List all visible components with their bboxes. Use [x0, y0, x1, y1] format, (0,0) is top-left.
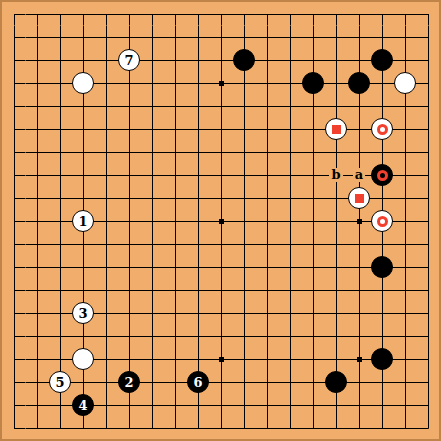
intersection-17-14[interactable]	[394, 325, 417, 348]
intersection-4-11[interactable]	[95, 256, 118, 279]
intersection-18-13[interactable]	[417, 302, 440, 325]
intersection-5-11[interactable]	[118, 256, 141, 279]
intersection-14-9[interactable]	[325, 210, 348, 233]
intersection-1-12[interactable]	[26, 279, 49, 302]
intersection-5-6[interactable]	[118, 141, 141, 164]
intersection-5-16[interactable]: 2	[118, 371, 141, 394]
intersection-2-8[interactable]	[49, 187, 72, 210]
intersection-18-17[interactable]	[417, 394, 440, 417]
intersection-10-14[interactable]	[233, 325, 256, 348]
intersection-12-6[interactable]	[279, 141, 302, 164]
intersection-14-10[interactable]	[325, 233, 348, 256]
intersection-11-4[interactable]	[256, 95, 279, 118]
intersection-14-8[interactable]	[325, 187, 348, 210]
intersection-1-7[interactable]	[26, 164, 49, 187]
intersection-15-5[interactable]	[348, 118, 371, 141]
intersection-10-9[interactable]	[233, 210, 256, 233]
intersection-0-17[interactable]	[3, 394, 26, 417]
intersection-3-16[interactable]	[72, 371, 95, 394]
intersection-15-6[interactable]	[348, 141, 371, 164]
intersection-16-6[interactable]	[371, 141, 394, 164]
intersection-1-11[interactable]	[26, 256, 49, 279]
intersection-10-7[interactable]	[233, 164, 256, 187]
intersection-15-8[interactable]	[348, 187, 371, 210]
intersection-8-3[interactable]	[187, 72, 210, 95]
intersection-7-3[interactable]	[164, 72, 187, 95]
intersection-13-3[interactable]	[302, 72, 325, 95]
intersection-0-4[interactable]	[3, 95, 26, 118]
intersection-2-2[interactable]	[49, 49, 72, 72]
intersection-14-6[interactable]	[325, 141, 348, 164]
intersection-18-12[interactable]	[417, 279, 440, 302]
intersection-4-5[interactable]	[95, 118, 118, 141]
intersection-15-16[interactable]	[348, 371, 371, 394]
intersection-7-14[interactable]	[164, 325, 187, 348]
intersection-12-14[interactable]	[279, 325, 302, 348]
intersection-7-15[interactable]	[164, 348, 187, 371]
intersection-11-18[interactable]	[256, 417, 279, 440]
intersection-10-12[interactable]	[233, 279, 256, 302]
intersection-13-4[interactable]	[302, 95, 325, 118]
intersection-14-1[interactable]	[325, 26, 348, 49]
intersection-7-16[interactable]	[164, 371, 187, 394]
intersection-16-9[interactable]	[371, 210, 394, 233]
intersection-7-18[interactable]	[164, 417, 187, 440]
intersection-15-9[interactable]	[348, 210, 371, 233]
intersection-2-3[interactable]	[49, 72, 72, 95]
intersection-18-8[interactable]	[417, 187, 440, 210]
intersection-7-0[interactable]	[164, 3, 187, 26]
intersection-7-1[interactable]	[164, 26, 187, 49]
intersection-13-1[interactable]	[302, 26, 325, 49]
intersection-3-5[interactable]	[72, 118, 95, 141]
intersection-11-11[interactable]	[256, 256, 279, 279]
intersection-18-16[interactable]	[417, 371, 440, 394]
intersection-13-7[interactable]	[302, 164, 325, 187]
intersection-8-14[interactable]	[187, 325, 210, 348]
intersection-17-15[interactable]	[394, 348, 417, 371]
intersection-5-3[interactable]	[118, 72, 141, 95]
intersection-1-6[interactable]	[26, 141, 49, 164]
intersection-8-12[interactable]	[187, 279, 210, 302]
intersection-0-15[interactable]	[3, 348, 26, 371]
intersection-2-10[interactable]	[49, 233, 72, 256]
intersection-14-2[interactable]	[325, 49, 348, 72]
intersection-15-10[interactable]	[348, 233, 371, 256]
intersection-16-16[interactable]	[371, 371, 394, 394]
intersection-6-5[interactable]	[141, 118, 164, 141]
intersection-14-5[interactable]	[325, 118, 348, 141]
intersection-15-4[interactable]	[348, 95, 371, 118]
intersection-1-17[interactable]	[26, 394, 49, 417]
intersection-16-0[interactable]	[371, 3, 394, 26]
intersection-5-13[interactable]	[118, 302, 141, 325]
intersection-0-18[interactable]	[3, 417, 26, 440]
intersection-14-0[interactable]	[325, 3, 348, 26]
intersection-9-1[interactable]	[210, 26, 233, 49]
intersection-16-1[interactable]	[371, 26, 394, 49]
intersection-5-14[interactable]	[118, 325, 141, 348]
intersection-8-0[interactable]	[187, 3, 210, 26]
intersection-6-9[interactable]	[141, 210, 164, 233]
intersection-14-3[interactable]	[325, 72, 348, 95]
intersection-1-5[interactable]	[26, 118, 49, 141]
intersection-9-5[interactable]	[210, 118, 233, 141]
intersection-11-5[interactable]	[256, 118, 279, 141]
intersection-5-15[interactable]	[118, 348, 141, 371]
intersection-6-2[interactable]	[141, 49, 164, 72]
intersection-17-8[interactable]	[394, 187, 417, 210]
intersection-18-2[interactable]	[417, 49, 440, 72]
intersection-10-2[interactable]	[233, 49, 256, 72]
intersection-17-10[interactable]	[394, 233, 417, 256]
intersection-4-8[interactable]	[95, 187, 118, 210]
intersection-16-14[interactable]	[371, 325, 394, 348]
intersection-3-7[interactable]	[72, 164, 95, 187]
intersection-11-1[interactable]	[256, 26, 279, 49]
intersection-1-16[interactable]	[26, 371, 49, 394]
intersection-13-14[interactable]	[302, 325, 325, 348]
intersection-2-7[interactable]	[49, 164, 72, 187]
intersection-14-13[interactable]	[325, 302, 348, 325]
intersection-5-9[interactable]	[118, 210, 141, 233]
intersection-10-15[interactable]	[233, 348, 256, 371]
intersection-16-10[interactable]	[371, 233, 394, 256]
intersection-1-18[interactable]	[26, 417, 49, 440]
intersection-9-16[interactable]	[210, 371, 233, 394]
intersection-8-5[interactable]	[187, 118, 210, 141]
intersection-3-13[interactable]: 3	[72, 302, 95, 325]
intersection-3-12[interactable]	[72, 279, 95, 302]
intersection-2-13[interactable]	[49, 302, 72, 325]
intersection-4-10[interactable]	[95, 233, 118, 256]
intersection-2-1[interactable]	[49, 26, 72, 49]
intersection-3-4[interactable]	[72, 95, 95, 118]
intersection-16-2[interactable]	[371, 49, 394, 72]
intersection-4-14[interactable]	[95, 325, 118, 348]
intersection-3-15[interactable]	[72, 348, 95, 371]
intersection-10-10[interactable]	[233, 233, 256, 256]
intersection-8-13[interactable]	[187, 302, 210, 325]
intersection-8-11[interactable]	[187, 256, 210, 279]
intersection-6-17[interactable]	[141, 394, 164, 417]
intersection-8-7[interactable]	[187, 164, 210, 187]
intersection-3-11[interactable]	[72, 256, 95, 279]
intersection-6-16[interactable]	[141, 371, 164, 394]
intersection-7-13[interactable]	[164, 302, 187, 325]
intersection-15-11[interactable]	[348, 256, 371, 279]
intersection-12-5[interactable]	[279, 118, 302, 141]
intersection-17-1[interactable]	[394, 26, 417, 49]
intersection-6-6[interactable]	[141, 141, 164, 164]
intersection-10-0[interactable]	[233, 3, 256, 26]
intersection-2-14[interactable]	[49, 325, 72, 348]
intersection-13-10[interactable]	[302, 233, 325, 256]
intersection-12-17[interactable]	[279, 394, 302, 417]
intersection-11-9[interactable]	[256, 210, 279, 233]
intersection-3-8[interactable]	[72, 187, 95, 210]
intersection-14-11[interactable]	[325, 256, 348, 279]
intersection-10-16[interactable]	[233, 371, 256, 394]
intersection-7-7[interactable]	[164, 164, 187, 187]
intersection-3-2[interactable]	[72, 49, 95, 72]
intersection-18-5[interactable]	[417, 118, 440, 141]
intersection-14-4[interactable]	[325, 95, 348, 118]
intersection-17-17[interactable]	[394, 394, 417, 417]
intersection-9-15[interactable]	[210, 348, 233, 371]
intersection-3-1[interactable]	[72, 26, 95, 49]
intersection-12-18[interactable]	[279, 417, 302, 440]
intersection-1-3[interactable]	[26, 72, 49, 95]
intersection-10-4[interactable]	[233, 95, 256, 118]
intersection-7-2[interactable]	[164, 49, 187, 72]
intersection-7-6[interactable]	[164, 141, 187, 164]
intersection-8-8[interactable]	[187, 187, 210, 210]
intersection-9-4[interactable]	[210, 95, 233, 118]
intersection-18-4[interactable]	[417, 95, 440, 118]
intersection-11-2[interactable]	[256, 49, 279, 72]
intersection-18-10[interactable]	[417, 233, 440, 256]
intersection-2-17[interactable]	[49, 394, 72, 417]
intersection-7-11[interactable]	[164, 256, 187, 279]
intersection-6-4[interactable]	[141, 95, 164, 118]
intersection-6-15[interactable]	[141, 348, 164, 371]
intersection-14-14[interactable]	[325, 325, 348, 348]
intersection-2-9[interactable]	[49, 210, 72, 233]
intersection-6-12[interactable]	[141, 279, 164, 302]
intersection-0-6[interactable]	[3, 141, 26, 164]
intersection-11-10[interactable]	[256, 233, 279, 256]
intersection-17-7[interactable]	[394, 164, 417, 187]
intersection-5-2[interactable]: 7	[118, 49, 141, 72]
intersection-5-17[interactable]	[118, 394, 141, 417]
intersection-10-1[interactable]	[233, 26, 256, 49]
intersection-17-6[interactable]	[394, 141, 417, 164]
intersection-0-12[interactable]	[3, 279, 26, 302]
intersection-13-12[interactable]	[302, 279, 325, 302]
intersection-16-8[interactable]	[371, 187, 394, 210]
intersection-2-5[interactable]	[49, 118, 72, 141]
intersection-12-2[interactable]	[279, 49, 302, 72]
intersection-1-4[interactable]	[26, 95, 49, 118]
intersection-11-15[interactable]	[256, 348, 279, 371]
intersection-18-0[interactable]	[417, 3, 440, 26]
intersection-15-14[interactable]	[348, 325, 371, 348]
intersection-17-16[interactable]	[394, 371, 417, 394]
intersection-15-7[interactable]: a	[348, 164, 371, 187]
intersection-11-8[interactable]	[256, 187, 279, 210]
intersection-7-4[interactable]	[164, 95, 187, 118]
intersection-17-5[interactable]	[394, 118, 417, 141]
intersection-12-16[interactable]	[279, 371, 302, 394]
intersection-3-17[interactable]: 4	[72, 394, 95, 417]
intersection-17-9[interactable]	[394, 210, 417, 233]
intersection-9-13[interactable]	[210, 302, 233, 325]
intersection-5-0[interactable]	[118, 3, 141, 26]
intersection-6-10[interactable]	[141, 233, 164, 256]
intersection-14-7[interactable]: b	[325, 164, 348, 187]
intersection-2-12[interactable]	[49, 279, 72, 302]
intersection-11-7[interactable]	[256, 164, 279, 187]
intersection-7-10[interactable]	[164, 233, 187, 256]
intersection-8-6[interactable]	[187, 141, 210, 164]
intersection-3-3[interactable]	[72, 72, 95, 95]
intersection-1-10[interactable]	[26, 233, 49, 256]
intersection-15-1[interactable]	[348, 26, 371, 49]
intersection-0-0[interactable]	[3, 3, 26, 26]
intersection-2-18[interactable]	[49, 417, 72, 440]
intersection-0-1[interactable]	[3, 26, 26, 49]
intersection-8-4[interactable]	[187, 95, 210, 118]
intersection-13-16[interactable]	[302, 371, 325, 394]
intersection-10-17[interactable]	[233, 394, 256, 417]
intersection-4-3[interactable]	[95, 72, 118, 95]
intersection-15-12[interactable]	[348, 279, 371, 302]
intersection-11-17[interactable]	[256, 394, 279, 417]
intersection-15-13[interactable]	[348, 302, 371, 325]
intersection-17-18[interactable]	[394, 417, 417, 440]
intersection-1-0[interactable]	[26, 3, 49, 26]
intersection-4-9[interactable]	[95, 210, 118, 233]
intersection-11-13[interactable]	[256, 302, 279, 325]
intersection-3-10[interactable]	[72, 233, 95, 256]
intersection-8-10[interactable]	[187, 233, 210, 256]
intersection-15-2[interactable]	[348, 49, 371, 72]
intersection-4-12[interactable]	[95, 279, 118, 302]
intersection-8-17[interactable]	[187, 394, 210, 417]
intersection-10-5[interactable]	[233, 118, 256, 141]
intersection-5-18[interactable]	[118, 417, 141, 440]
intersection-17-0[interactable]	[394, 3, 417, 26]
intersection-4-15[interactable]	[95, 348, 118, 371]
intersection-10-6[interactable]	[233, 141, 256, 164]
intersection-10-13[interactable]	[233, 302, 256, 325]
intersection-1-8[interactable]	[26, 187, 49, 210]
intersection-12-13[interactable]	[279, 302, 302, 325]
intersection-10-8[interactable]	[233, 187, 256, 210]
intersection-12-11[interactable]	[279, 256, 302, 279]
intersection-9-11[interactable]	[210, 256, 233, 279]
intersection-0-10[interactable]	[3, 233, 26, 256]
intersection-11-16[interactable]	[256, 371, 279, 394]
intersection-1-9[interactable]	[26, 210, 49, 233]
intersection-11-0[interactable]	[256, 3, 279, 26]
intersection-16-12[interactable]	[371, 279, 394, 302]
intersection-17-4[interactable]	[394, 95, 417, 118]
intersection-4-7[interactable]	[95, 164, 118, 187]
intersection-16-18[interactable]	[371, 417, 394, 440]
intersection-10-3[interactable]	[233, 72, 256, 95]
intersection-4-4[interactable]	[95, 95, 118, 118]
intersection-4-0[interactable]	[95, 3, 118, 26]
intersection-5-5[interactable]	[118, 118, 141, 141]
intersection-6-18[interactable]	[141, 417, 164, 440]
intersection-6-1[interactable]	[141, 26, 164, 49]
intersection-9-12[interactable]	[210, 279, 233, 302]
intersection-6-3[interactable]	[141, 72, 164, 95]
intersection-1-1[interactable]	[26, 26, 49, 49]
intersection-6-11[interactable]	[141, 256, 164, 279]
intersection-2-15[interactable]	[49, 348, 72, 371]
intersection-12-10[interactable]	[279, 233, 302, 256]
intersection-0-11[interactable]	[3, 256, 26, 279]
intersection-2-0[interactable]	[49, 3, 72, 26]
intersection-15-18[interactable]	[348, 417, 371, 440]
intersection-7-17[interactable]	[164, 394, 187, 417]
intersection-0-8[interactable]	[3, 187, 26, 210]
intersection-9-7[interactable]	[210, 164, 233, 187]
intersection-16-5[interactable]	[371, 118, 394, 141]
intersection-10-11[interactable]	[233, 256, 256, 279]
intersection-8-1[interactable]	[187, 26, 210, 49]
intersection-18-3[interactable]	[417, 72, 440, 95]
intersection-6-13[interactable]	[141, 302, 164, 325]
intersection-17-2[interactable]	[394, 49, 417, 72]
intersection-12-7[interactable]	[279, 164, 302, 187]
intersection-13-13[interactable]	[302, 302, 325, 325]
intersection-6-8[interactable]	[141, 187, 164, 210]
intersection-5-10[interactable]	[118, 233, 141, 256]
intersection-16-13[interactable]	[371, 302, 394, 325]
intersection-6-7[interactable]	[141, 164, 164, 187]
intersection-6-0[interactable]	[141, 3, 164, 26]
intersection-3-0[interactable]	[72, 3, 95, 26]
intersection-3-6[interactable]	[72, 141, 95, 164]
intersection-17-3[interactable]	[394, 72, 417, 95]
intersection-12-15[interactable]	[279, 348, 302, 371]
intersection-13-8[interactable]	[302, 187, 325, 210]
intersection-4-17[interactable]	[95, 394, 118, 417]
intersection-18-18[interactable]	[417, 417, 440, 440]
intersection-15-0[interactable]	[348, 3, 371, 26]
intersection-1-14[interactable]	[26, 325, 49, 348]
intersection-9-6[interactable]	[210, 141, 233, 164]
intersection-5-12[interactable]	[118, 279, 141, 302]
intersection-16-17[interactable]	[371, 394, 394, 417]
intersection-9-10[interactable]	[210, 233, 233, 256]
intersection-3-18[interactable]	[72, 417, 95, 440]
intersection-18-1[interactable]	[417, 26, 440, 49]
intersection-8-15[interactable]	[187, 348, 210, 371]
intersection-5-7[interactable]	[118, 164, 141, 187]
intersection-16-3[interactable]	[371, 72, 394, 95]
intersection-17-12[interactable]	[394, 279, 417, 302]
intersection-11-6[interactable]	[256, 141, 279, 164]
intersection-16-4[interactable]	[371, 95, 394, 118]
intersection-7-12[interactable]	[164, 279, 187, 302]
intersection-9-2[interactable]	[210, 49, 233, 72]
intersection-15-3[interactable]	[348, 72, 371, 95]
intersection-0-13[interactable]	[3, 302, 26, 325]
intersection-15-15[interactable]	[348, 348, 371, 371]
intersection-8-9[interactable]	[187, 210, 210, 233]
intersection-14-17[interactable]	[325, 394, 348, 417]
intersection-14-16[interactable]	[325, 371, 348, 394]
intersection-4-13[interactable]	[95, 302, 118, 325]
intersection-0-3[interactable]	[3, 72, 26, 95]
intersection-7-9[interactable]	[164, 210, 187, 233]
intersection-5-1[interactable]	[118, 26, 141, 49]
intersection-17-11[interactable]	[394, 256, 417, 279]
intersection-14-15[interactable]	[325, 348, 348, 371]
intersection-4-6[interactable]	[95, 141, 118, 164]
intersection-11-3[interactable]	[256, 72, 279, 95]
intersection-13-17[interactable]	[302, 394, 325, 417]
intersection-18-9[interactable]	[417, 210, 440, 233]
intersection-4-16[interactable]	[95, 371, 118, 394]
intersection-1-2[interactable]	[26, 49, 49, 72]
intersection-3-14[interactable]	[72, 325, 95, 348]
